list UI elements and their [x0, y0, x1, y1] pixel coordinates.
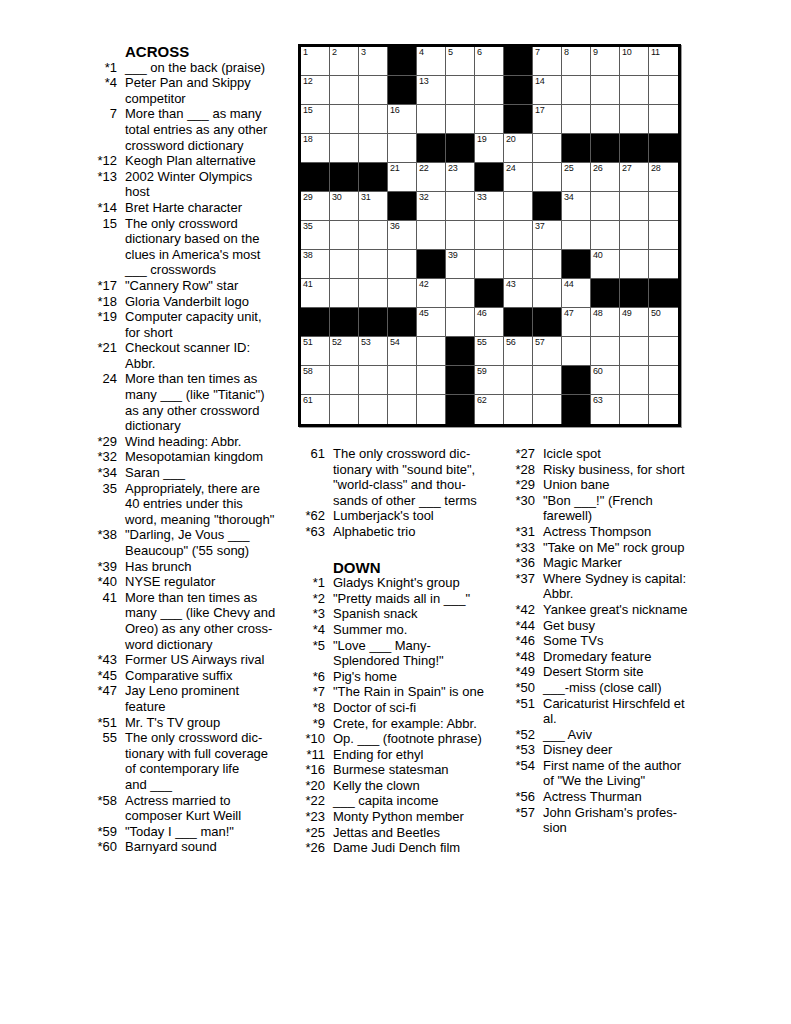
grid-cell[interactable]: 10	[620, 47, 649, 76]
cell-number: 46	[477, 309, 486, 318]
grid-cell[interactable]: 42	[417, 279, 446, 308]
grid-cell[interactable]	[533, 134, 562, 163]
grid-cell[interactable]	[533, 395, 562, 424]
grid-cell[interactable]	[533, 250, 562, 279]
grid-cell-black	[562, 250, 591, 279]
clue-number: *1	[85, 60, 125, 76]
grid-cell[interactable]	[620, 221, 649, 250]
grid-cell[interactable]: 4	[417, 47, 446, 76]
grid-cell[interactable]: 13	[417, 76, 446, 105]
cell-number: 50	[651, 309, 660, 318]
grid-cell[interactable]	[330, 221, 359, 250]
down-clue-36: *36Magic Marker	[507, 555, 721, 571]
grid-cell[interactable]: 56	[504, 337, 533, 366]
clue-number: 24	[85, 371, 125, 387]
grid-cell[interactable]: 57	[533, 337, 562, 366]
clue-number: *33	[507, 540, 543, 556]
grid-cell[interactable]	[330, 279, 359, 308]
grid-cell[interactable]	[533, 366, 562, 395]
clue-number: *29	[507, 477, 543, 493]
grid-cell[interactable]: 46	[475, 308, 504, 337]
grid-cell[interactable]	[388, 279, 417, 308]
grid-cell[interactable]: 27	[620, 163, 649, 192]
grid-cell[interactable]	[649, 366, 678, 395]
grid-cell[interactable]: 33	[475, 192, 504, 221]
grid-cell[interactable]: 20	[504, 134, 533, 163]
clue-text: First name of the author of "We the Livi…	[543, 758, 721, 789]
grid-cell-black	[475, 163, 504, 192]
cell-number: 54	[390, 338, 399, 347]
grid-cell[interactable]: 61	[301, 395, 330, 424]
clue-number: *14	[85, 200, 125, 216]
grid-cell[interactable]	[649, 221, 678, 250]
grid-cell[interactable]	[620, 192, 649, 221]
clue-number: *20	[297, 778, 333, 794]
down-clue-26: *26Dame Judi Dench film	[297, 840, 507, 856]
cell-number: 36	[390, 222, 399, 231]
grid-cell[interactable]	[649, 337, 678, 366]
cell-number: 39	[448, 251, 457, 260]
across-clues-continued-list: 61The only crossword dic- tionary with "…	[297, 446, 507, 540]
across-clue-14: *14Bret Harte character	[85, 200, 297, 216]
clue-number: *3	[297, 606, 333, 622]
cell-number: 7	[535, 48, 540, 57]
grid-cell[interactable]: 43	[504, 279, 533, 308]
down-clue-1: *1Gladys Knight's group	[297, 575, 507, 591]
across-clue-62: *62Lumberjack's tool	[297, 508, 507, 524]
grid-cell[interactable]: 16	[388, 105, 417, 134]
down-clue-30: *30"Bon ___!" (French farewell)	[507, 493, 721, 524]
grid-cell[interactable]	[562, 76, 591, 105]
grid-cell[interactable]: 32	[417, 192, 446, 221]
down-clue-23: *23Monty Python member	[297, 809, 507, 825]
clue-number: *4	[297, 622, 333, 638]
clue-number: *32	[85, 449, 125, 465]
clue-number: *1	[297, 575, 333, 591]
grid-cell[interactable]: 2	[330, 47, 359, 76]
grid-cell[interactable]	[388, 250, 417, 279]
cell-number: 53	[361, 338, 370, 347]
grid-cell[interactable]: 51	[301, 337, 330, 366]
clue-number: *4	[85, 75, 125, 91]
grid-cell[interactable]: 35	[301, 221, 330, 250]
grid-cell[interactable]: 47	[562, 308, 591, 337]
clue-text: More than ten times as many ___ (like Ch…	[125, 590, 297, 652]
grid-cell[interactable]: 63	[591, 395, 620, 424]
clue-number: *39	[85, 559, 125, 575]
grid-cell[interactable]	[446, 105, 475, 134]
cell-number: 60	[593, 367, 602, 376]
clue-number: *46	[507, 633, 543, 649]
clue-text: Magic Marker	[543, 555, 721, 571]
grid-cell[interactable]	[359, 279, 388, 308]
cell-number: 47	[564, 309, 573, 318]
down-clue-25: *25Jettas and Beetles	[297, 825, 507, 841]
clue-text: Wind heading: Abbr.	[125, 434, 297, 450]
grid-cell-black	[533, 192, 562, 221]
clue-text: Barnyard sound	[125, 839, 297, 855]
clue-text: Keogh Plan alternative	[125, 153, 297, 169]
clue-text: Crete, for example: Abbr.	[333, 716, 507, 732]
grid-cell[interactable]: 12	[301, 76, 330, 105]
grid-cell[interactable]	[591, 76, 620, 105]
down-clue-53: *53Disney deer	[507, 742, 721, 758]
grid-cell[interactable]: 38	[301, 250, 330, 279]
down-header: DOWN	[333, 560, 507, 576]
clue-text: Bret Harte character	[125, 200, 297, 216]
clue-text: "Today I ___ man!"	[125, 824, 297, 840]
clue-number: *49	[507, 664, 543, 680]
grid-cell-black	[417, 134, 446, 163]
down-clue-37: *37Where Sydney is capital: Abbr.	[507, 571, 721, 602]
clue-number: *57	[507, 805, 543, 821]
grid-cell-black	[591, 134, 620, 163]
cell-number: 10	[622, 48, 631, 57]
clue-text: Dromedary feature	[543, 649, 721, 665]
cell-number: 55	[477, 338, 486, 347]
grid-cell-black	[504, 105, 533, 134]
clue-number: *9	[297, 716, 333, 732]
grid-cell-black	[475, 279, 504, 308]
clue-text: Some TVs	[543, 633, 721, 649]
grid-cell[interactable]	[359, 134, 388, 163]
down-clue-11: *11Ending for ethyl	[297, 747, 507, 763]
grid-cell[interactable]	[417, 395, 446, 424]
grid-cell[interactable]: 8	[562, 47, 591, 76]
clue-text: Lumberjack's tool	[333, 508, 507, 524]
cell-number: 17	[535, 106, 544, 115]
grid-cell[interactable]	[591, 221, 620, 250]
cell-number: 8	[564, 48, 569, 57]
grid-cell[interactable]	[649, 76, 678, 105]
across-clue-15: 15The only crossword dictionary based on…	[85, 216, 297, 278]
grid-cell[interactable]: 5	[446, 47, 475, 76]
grid-cell[interactable]: 54	[388, 337, 417, 366]
grid-cell[interactable]: 62	[475, 395, 504, 424]
grid-cell[interactable]	[620, 337, 649, 366]
grid-cell[interactable]: 21	[388, 163, 417, 192]
cell-number: 25	[564, 164, 573, 173]
cell-number: 38	[303, 251, 312, 260]
grid-cell[interactable]: 17	[533, 105, 562, 134]
clue-text: The only crossword dictionary based on t…	[125, 216, 297, 278]
grid-cell[interactable]: 40	[591, 250, 620, 279]
crossword-grid[interactable]: 1234567891011121314151617181920212223242…	[298, 44, 681, 427]
grid-cell[interactable]	[533, 163, 562, 192]
grid-cell[interactable]	[330, 250, 359, 279]
grid-cell[interactable]	[359, 366, 388, 395]
grid-cell[interactable]: 18	[301, 134, 330, 163]
across-clue-7: 7More than ___ as many total entries as …	[85, 106, 297, 153]
clue-number: *38	[85, 527, 125, 543]
clue-text: ___ Aviv	[543, 727, 721, 743]
grid-cell[interactable]	[359, 250, 388, 279]
clue-text: "Pretty maids all in ___"	[333, 591, 507, 607]
grid-cell[interactable]: 9	[591, 47, 620, 76]
down-clue-46: *46Some TVs	[507, 633, 721, 649]
grid-cell[interactable]	[417, 105, 446, 134]
grid-cell[interactable]	[504, 250, 533, 279]
cell-number: 26	[593, 164, 602, 173]
down-clue-3: *3Spanish snack	[297, 606, 507, 622]
grid-cell[interactable]	[620, 366, 649, 395]
clue-text: Checkout scanner ID: Abbr.	[125, 340, 297, 371]
grid-cell[interactable]	[417, 221, 446, 250]
clue-text: Get busy	[543, 618, 721, 634]
grid-cell[interactable]: 53	[359, 337, 388, 366]
grid-cell-black	[330, 163, 359, 192]
cell-number: 48	[593, 309, 602, 318]
grid-cell-black	[620, 279, 649, 308]
clue-number: 7	[85, 106, 125, 122]
cell-number: 30	[332, 193, 341, 202]
clue-text: ___-miss (close call)	[543, 680, 721, 696]
across-clue-24: 24More than ten times as many ___ (like …	[85, 371, 297, 433]
grid-cell[interactable]	[504, 192, 533, 221]
grid-cell[interactable]: 39	[446, 250, 475, 279]
grid-cell[interactable]	[330, 395, 359, 424]
clue-text: More than ___ as many total entries as a…	[125, 106, 297, 153]
across-clue-59: *59"Today I ___ man!"	[85, 824, 297, 840]
clue-number: 15	[85, 216, 125, 232]
clue-number: *58	[85, 793, 125, 809]
clue-text: Op. ___ (footnote phrase)	[333, 731, 507, 747]
clue-text: Comparative suffix	[125, 668, 297, 684]
grid-cell[interactable]	[330, 76, 359, 105]
clue-number: *36	[507, 555, 543, 571]
clue-number: *63	[297, 524, 333, 540]
down-clue-49: *49Desert Storm site	[507, 664, 721, 680]
clue-number: *16	[297, 762, 333, 778]
cell-number: 37	[535, 222, 544, 231]
grid-cell[interactable]	[475, 105, 504, 134]
clue-text: "Darling, Je Vous ___ Beaucoup" ('55 son…	[125, 527, 297, 558]
grid-cell[interactable]	[359, 221, 388, 250]
down-clue-50: *50___-miss (close call)	[507, 680, 721, 696]
cell-number: 45	[419, 309, 428, 318]
grid-cell[interactable]	[359, 76, 388, 105]
cell-number: 43	[506, 280, 515, 289]
grid-cell[interactable]: 11	[649, 47, 678, 76]
grid-cell-black	[504, 308, 533, 337]
clue-number: *53	[507, 742, 543, 758]
grid-cell[interactable]	[388, 134, 417, 163]
grid-cell[interactable]	[417, 337, 446, 366]
clue-text: Dame Judi Dench film	[333, 840, 507, 856]
grid-cell[interactable]: 15	[301, 105, 330, 134]
down-clue-22: *22___ capita income	[297, 793, 507, 809]
grid-cell[interactable]: 59	[475, 366, 504, 395]
across-clue-34: *34Saran ___	[85, 465, 297, 481]
grid-cell[interactable]	[620, 395, 649, 424]
clue-number: *51	[85, 715, 125, 731]
clue-text: Actress Thompson	[543, 524, 721, 540]
clue-text: Kelly the clown	[333, 778, 507, 794]
grid-cell[interactable]	[504, 366, 533, 395]
grid-cell[interactable]	[330, 105, 359, 134]
cell-number: 59	[477, 367, 486, 376]
grid-cell[interactable]: 37	[533, 221, 562, 250]
grid-cell-black	[562, 134, 591, 163]
grid-cell[interactable]	[446, 279, 475, 308]
grid-cell[interactable]: 19	[475, 134, 504, 163]
grid-cell[interactable]	[475, 250, 504, 279]
grid-cell[interactable]: 60	[591, 366, 620, 395]
grid-cell[interactable]: 7	[533, 47, 562, 76]
grid-cell[interactable]: 49	[620, 308, 649, 337]
grid-cell[interactable]	[591, 337, 620, 366]
cell-number: 3	[361, 48, 366, 57]
grid-cell[interactable]: 22	[417, 163, 446, 192]
down-clue-7: *7"The Rain in Spain" is one	[297, 684, 507, 700]
down-clue-33: *33"Take on Me" rock group	[507, 540, 721, 556]
down-clues-continued-list: *27Icicle spot*28Risky business, for sho…	[507, 446, 721, 836]
clue-text: Caricaturist Hirschfeld et al.	[543, 696, 721, 727]
cell-number: 41	[303, 280, 312, 289]
grid-cell[interactable]	[620, 76, 649, 105]
grid-cell[interactable]	[417, 366, 446, 395]
grid-cell[interactable]	[649, 192, 678, 221]
clue-text: Computer capacity unit, for short	[125, 309, 297, 340]
grid-cell[interactable]	[533, 279, 562, 308]
cell-number: 19	[477, 135, 486, 144]
grid-cell[interactable]: 50	[649, 308, 678, 337]
grid-cell[interactable]	[504, 395, 533, 424]
grid-cell[interactable]: 6	[475, 47, 504, 76]
grid-cell[interactable]	[504, 221, 533, 250]
clue-text: The only crossword dic- tionary with "so…	[333, 446, 507, 508]
down-clue-56: *56Actress Thurman	[507, 789, 721, 805]
grid-cell-black	[620, 134, 649, 163]
grid-cell[interactable]: 45	[417, 308, 446, 337]
grid-cell[interactable]	[475, 221, 504, 250]
grid-cell[interactable]	[591, 105, 620, 134]
grid-cell[interactable]: 36	[388, 221, 417, 250]
grid-cell[interactable]: 25	[562, 163, 591, 192]
clue-text: "Bon ___!" (French farewell)	[543, 493, 721, 524]
clue-text: Yankee great's nickname	[543, 602, 721, 618]
grid-cell[interactable]: 44	[562, 279, 591, 308]
grid-cell[interactable]	[388, 395, 417, 424]
crossword-puzzle-page: ACROSS *1___ on the back (praise)*4Peter…	[0, 0, 791, 1024]
grid-cell[interactable]	[649, 395, 678, 424]
cell-number: 15	[303, 106, 312, 115]
cell-number: 24	[506, 164, 515, 173]
clue-number: *23	[297, 809, 333, 825]
cell-number: 58	[303, 367, 312, 376]
grid-cell[interactable]	[446, 308, 475, 337]
grid-cell[interactable]: 29	[301, 192, 330, 221]
across-clue-43: *43Former US Airways rival	[85, 652, 297, 668]
grid-cell[interactable]: 1	[301, 47, 330, 76]
grid-cell[interactable]: 24	[504, 163, 533, 192]
clue-number: *21	[85, 340, 125, 356]
grid-cell[interactable]: 55	[475, 337, 504, 366]
grid-cell[interactable]: 26	[591, 163, 620, 192]
grid-cell[interactable]	[359, 105, 388, 134]
grid-cell[interactable]	[446, 76, 475, 105]
clue-number: *42	[507, 602, 543, 618]
grid-cell[interactable]	[562, 105, 591, 134]
clue-text: Where Sydney is capital: Abbr.	[543, 571, 721, 602]
across-clue-4: *4Peter Pan and Skippy competitor	[85, 75, 297, 106]
grid-cell[interactable]	[446, 221, 475, 250]
down-clues-list: *1Gladys Knight's group*2"Pretty maids a…	[297, 575, 507, 856]
cell-number: 62	[477, 396, 486, 405]
cell-number: 56	[506, 338, 515, 347]
grid-cell[interactable]	[591, 192, 620, 221]
down-clue-8: *8Doctor of sci-fi	[297, 700, 507, 716]
grid-cell[interactable]	[562, 337, 591, 366]
grid-cell[interactable]	[330, 134, 359, 163]
grid-cell[interactable]	[359, 395, 388, 424]
clue-text: Mesopotamian kingdom	[125, 449, 297, 465]
grid-cell[interactable]: 58	[301, 366, 330, 395]
clue-number: *7	[297, 684, 333, 700]
grid-cell[interactable]	[562, 221, 591, 250]
across-clues-column: ACROSS *1___ on the back (praise)*4Peter…	[85, 44, 297, 855]
clue-number: 41	[85, 590, 125, 606]
grid-cell[interactable]: 52	[330, 337, 359, 366]
clue-text: Jay Leno prominent feature	[125, 683, 297, 714]
grid-cell-black	[417, 250, 446, 279]
grid-cell[interactable]: 14	[533, 76, 562, 105]
grid-cell-black	[301, 308, 330, 337]
clue-text: Monty Python member	[333, 809, 507, 825]
clue-text: Appropriately, there are 40 entries unde…	[125, 481, 297, 528]
cell-number: 14	[535, 77, 544, 86]
grid-cell[interactable]: 31	[359, 192, 388, 221]
cell-number: 49	[622, 309, 631, 318]
clue-number: *5	[297, 638, 333, 654]
clue-text: 2002 Winter Olympics host	[125, 169, 297, 200]
clue-number: *44	[507, 618, 543, 634]
grid-cell[interactable]	[475, 76, 504, 105]
grid-cell[interactable]: 34	[562, 192, 591, 221]
clue-number: *29	[85, 434, 125, 450]
clue-text: Union bane	[543, 477, 721, 493]
grid-cell[interactable]	[388, 366, 417, 395]
grid-cell[interactable]	[649, 105, 678, 134]
grid-cell[interactable]	[620, 250, 649, 279]
cell-number: 16	[390, 106, 399, 115]
down-clue-20: *20Kelly the clown	[297, 778, 507, 794]
across-clue-17: *17"Cannery Row" star	[85, 278, 297, 294]
clue-number: *51	[507, 696, 543, 712]
cell-number: 44	[564, 280, 573, 289]
grid-cell[interactable]	[649, 250, 678, 279]
down-clue-10: *10Op. ___ (footnote phrase)	[297, 731, 507, 747]
cell-number: 35	[303, 222, 312, 231]
grid-cell[interactable]: 41	[301, 279, 330, 308]
cell-number: 13	[419, 77, 428, 86]
grid-cell[interactable]: 23	[446, 163, 475, 192]
grid-cell[interactable]: 48	[591, 308, 620, 337]
grid-cell[interactable]	[330, 366, 359, 395]
across-clue-13: *132002 Winter Olympics host	[85, 169, 297, 200]
clue-text: Peter Pan and Skippy competitor	[125, 75, 297, 106]
clue-number: *40	[85, 574, 125, 590]
grid-cell[interactable]	[620, 105, 649, 134]
grid-cell[interactable]: 28	[649, 163, 678, 192]
clue-text: NYSE regulator	[125, 574, 297, 590]
grid-cell[interactable]: 3	[359, 47, 388, 76]
grid-cell[interactable]: 30	[330, 192, 359, 221]
grid-cell[interactable]	[446, 192, 475, 221]
cell-number: 6	[477, 48, 482, 57]
cell-number: 57	[535, 338, 544, 347]
clue-number: *28	[507, 462, 543, 478]
